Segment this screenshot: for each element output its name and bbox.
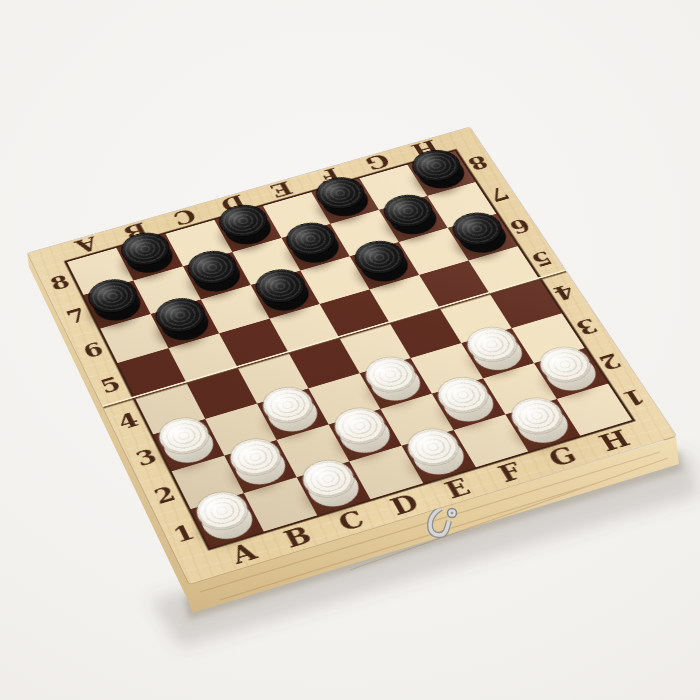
rank-label-left-2: 2 bbox=[151, 483, 179, 508]
file-label-bottom-e: E bbox=[441, 475, 474, 501]
rank-label-right-8: 8 bbox=[465, 153, 492, 173]
rank-label-right-2: 2 bbox=[595, 350, 624, 373]
rank-label-right-7: 7 bbox=[485, 184, 512, 205]
file-label-bottom-c: C bbox=[335, 507, 368, 534]
rank-label-left-3: 3 bbox=[133, 446, 160, 470]
rank-label-left-7: 7 bbox=[63, 305, 89, 327]
rank-label-right-3: 3 bbox=[572, 315, 601, 338]
file-label-bottom-h: H bbox=[596, 427, 634, 454]
rank-label-right-4: 4 bbox=[550, 281, 579, 303]
rank-label-left-6: 6 bbox=[80, 339, 106, 361]
file-label-top-a: A bbox=[72, 234, 100, 256]
rank-label-left-8: 8 bbox=[47, 272, 72, 293]
rank-label-left-4: 4 bbox=[115, 409, 142, 432]
rank-label-right-1: 1 bbox=[619, 386, 649, 410]
file-label-bottom-g: G bbox=[545, 443, 580, 470]
rank-label-right-6: 6 bbox=[506, 216, 534, 237]
file-label-bottom-f: F bbox=[494, 460, 525, 486]
file-label-bottom-a: A bbox=[228, 540, 260, 567]
rank-label-left-1: 1 bbox=[170, 521, 198, 546]
rank-label-left-5: 5 bbox=[97, 374, 124, 397]
file-label-bottom-d: D bbox=[387, 491, 422, 518]
photo-stage: AA88BB77CC66DD55EE44FF33GG22HH11 bbox=[0, 0, 700, 700]
file-label-bottom-b: B bbox=[281, 523, 315, 550]
file-label-top-c: C bbox=[170, 206, 199, 228]
file-label-top-e: E bbox=[267, 179, 296, 201]
rank-label-right-5: 5 bbox=[528, 248, 556, 270]
